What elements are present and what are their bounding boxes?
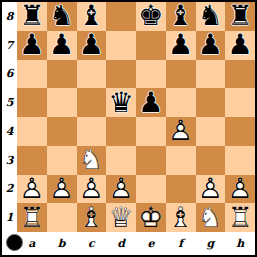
square-g3[interactable] [196,146,226,175]
square-d6[interactable] [106,60,136,89]
square-h2[interactable]: ♟♙ [225,175,255,204]
file-label-d: d [106,232,136,255]
square-b8[interactable]: ♞ [47,2,77,31]
white-knight[interactable]: ♞♘ [196,203,226,232]
square-e6[interactable] [136,60,166,89]
square-f7[interactable]: ♟ [166,31,196,60]
square-e8[interactable]: ♚ [136,2,166,31]
black-pawn[interactable]: ♟ [136,88,166,117]
piece-outline-glyph: ♗ [166,203,196,232]
square-c6[interactable] [77,60,107,89]
square-c7[interactable]: ♟ [77,31,107,60]
piece-outline-glyph: ♙ [225,175,255,204]
square-b2[interactable]: ♟♙ [47,175,77,204]
square-a4[interactable] [17,117,47,146]
black-king[interactable]: ♚ [136,2,166,31]
piece-outline-glyph: ♖ [225,203,255,232]
white-rook[interactable]: ♜♖ [225,203,255,232]
square-b4[interactable] [47,117,77,146]
square-g2[interactable]: ♟♙ [196,175,226,204]
white-rook[interactable]: ♜♖ [17,203,47,232]
black-rook[interactable]: ♜ [225,2,255,31]
piece-outline-glyph: ♙ [106,175,136,204]
square-f4[interactable]: ♟♙ [166,117,196,146]
white-king[interactable]: ♚♔ [136,203,166,232]
square-a5[interactable] [17,88,47,117]
white-pawn[interactable]: ♟♙ [47,175,77,204]
square-c2[interactable]: ♟♙ [77,175,107,204]
black-knight[interactable]: ♞ [196,2,226,31]
white-pawn[interactable]: ♟♙ [225,175,255,204]
square-b3[interactable] [47,146,77,175]
square-d4[interactable] [106,117,136,146]
square-e3[interactable] [136,146,166,175]
file-label-f: f [166,232,196,255]
square-b7[interactable]: ♟ [47,31,77,60]
square-a3[interactable] [17,146,47,175]
black-rook[interactable]: ♜ [17,2,47,31]
piece-outline-glyph: ♔ [136,203,166,232]
square-g5[interactable] [196,88,226,117]
bottom-left-corner [2,232,17,255]
square-c4[interactable] [77,117,107,146]
square-d1[interactable]: ♛♕ [106,203,136,232]
file-label-g: g [196,232,226,255]
black-pawn[interactable]: ♟ [225,31,255,60]
square-h3[interactable] [225,146,255,175]
square-d3[interactable] [106,146,136,175]
black-pawn[interactable]: ♟ [196,31,226,60]
square-c5[interactable] [77,88,107,117]
square-b1[interactable] [47,203,77,232]
white-pawn[interactable]: ♟♙ [106,175,136,204]
rank-labels: 8 7 6 5 4 3 2 1 [2,2,17,232]
black-pawn[interactable]: ♟ [47,31,77,60]
file-label-h: h [225,232,255,255]
white-pawn[interactable]: ♟♙ [166,117,196,146]
square-a2[interactable]: ♟♙ [17,175,47,204]
piece-outline-glyph: ♙ [77,175,107,204]
square-f6[interactable] [166,60,196,89]
file-label-b: b [47,232,77,255]
white-bishop[interactable]: ♝♗ [166,203,196,232]
square-b5[interactable] [47,88,77,117]
square-f8[interactable]: ♝ [166,2,196,31]
rank-label-5: 5 [2,88,17,117]
piece-outline-glyph: ♙ [166,117,196,146]
square-g7[interactable]: ♟ [196,31,226,60]
chess-board: ♜♞♝♚♝♞♜♟♟♟♟♟♟♛♟♟♙♞♘♟♙♟♙♟♙♟♙♟♙♟♙♜♖♝♗♛♕♚♔♝… [17,2,255,232]
square-e1[interactable]: ♚♔ [136,203,166,232]
chess-diagram: 8 7 6 5 4 3 2 1 ♜♞♝♚♝♞♜♟♟♟♟♟♟♛♟♟♙♞♘♟♙♟♙♟… [0,0,257,257]
black-queen[interactable]: ♛ [106,88,136,117]
square-c3[interactable]: ♞♘ [77,146,107,175]
piece-outline-glyph: ♙ [196,175,226,204]
rank-label-8: 8 [2,2,17,31]
square-h8[interactable]: ♜ [225,2,255,31]
square-e5[interactable]: ♟ [136,88,166,117]
piece-outline-glyph: ♖ [17,203,47,232]
rank-label-6: 6 [2,60,17,89]
rank-label-7: 7 [2,31,17,60]
square-c1[interactable]: ♝♗ [77,203,107,232]
square-e4[interactable] [136,117,166,146]
square-g4[interactable] [196,117,226,146]
white-pawn[interactable]: ♟♙ [77,175,107,204]
piece-outline-glyph: ♙ [17,175,47,204]
file-label-e: e [136,232,166,255]
square-f1[interactable]: ♝♗ [166,203,196,232]
black-to-move-indicator [6,234,23,251]
square-e2[interactable] [136,175,166,204]
black-pawn[interactable]: ♟ [166,31,196,60]
square-a7[interactable]: ♟ [17,31,47,60]
black-pawn[interactable]: ♟ [17,31,47,60]
square-e7[interactable] [136,31,166,60]
rank-label-2: 2 [2,175,17,204]
piece-outline-glyph: ♘ [196,203,226,232]
square-h7[interactable]: ♟ [225,31,255,60]
black-knight[interactable]: ♞ [47,2,77,31]
square-a1[interactable]: ♜♖ [17,203,47,232]
square-a8[interactable]: ♜ [17,2,47,31]
piece-outline-glyph: ♕ [106,203,136,232]
white-queen[interactable]: ♛♕ [106,203,136,232]
square-a6[interactable] [17,60,47,89]
square-d8[interactable] [106,2,136,31]
white-pawn[interactable]: ♟♙ [196,175,226,204]
square-h6[interactable] [225,60,255,89]
piece-outline-glyph: ♘ [77,146,107,175]
square-c8[interactable]: ♝ [77,2,107,31]
square-f5[interactable] [166,88,196,117]
square-h5[interactable] [225,88,255,117]
black-bishop[interactable]: ♝ [166,2,196,31]
rank-label-4: 4 [2,117,17,146]
square-h4[interactable] [225,117,255,146]
square-d7[interactable] [106,31,136,60]
square-f2[interactable] [166,175,196,204]
rank-label-1: 1 [2,203,17,232]
square-g1[interactable]: ♞♘ [196,203,226,232]
square-d5[interactable]: ♛ [106,88,136,117]
square-f3[interactable] [166,146,196,175]
black-pawn[interactable]: ♟ [77,31,107,60]
white-bishop[interactable]: ♝♗ [77,203,107,232]
piece-outline-glyph: ♗ [77,203,107,232]
piece-outline-glyph: ♙ [47,175,77,204]
square-g8[interactable]: ♞ [196,2,226,31]
file-labels: a b c d e f g h [17,232,255,255]
white-pawn[interactable]: ♟♙ [17,175,47,204]
black-bishop[interactable]: ♝ [77,2,107,31]
rank-label-3: 3 [2,146,17,175]
square-h1[interactable]: ♜♖ [225,203,255,232]
square-d2[interactable]: ♟♙ [106,175,136,204]
square-g6[interactable] [196,60,226,89]
white-knight[interactable]: ♞♘ [77,146,107,175]
square-b6[interactable] [47,60,77,89]
file-label-c: c [77,232,107,255]
